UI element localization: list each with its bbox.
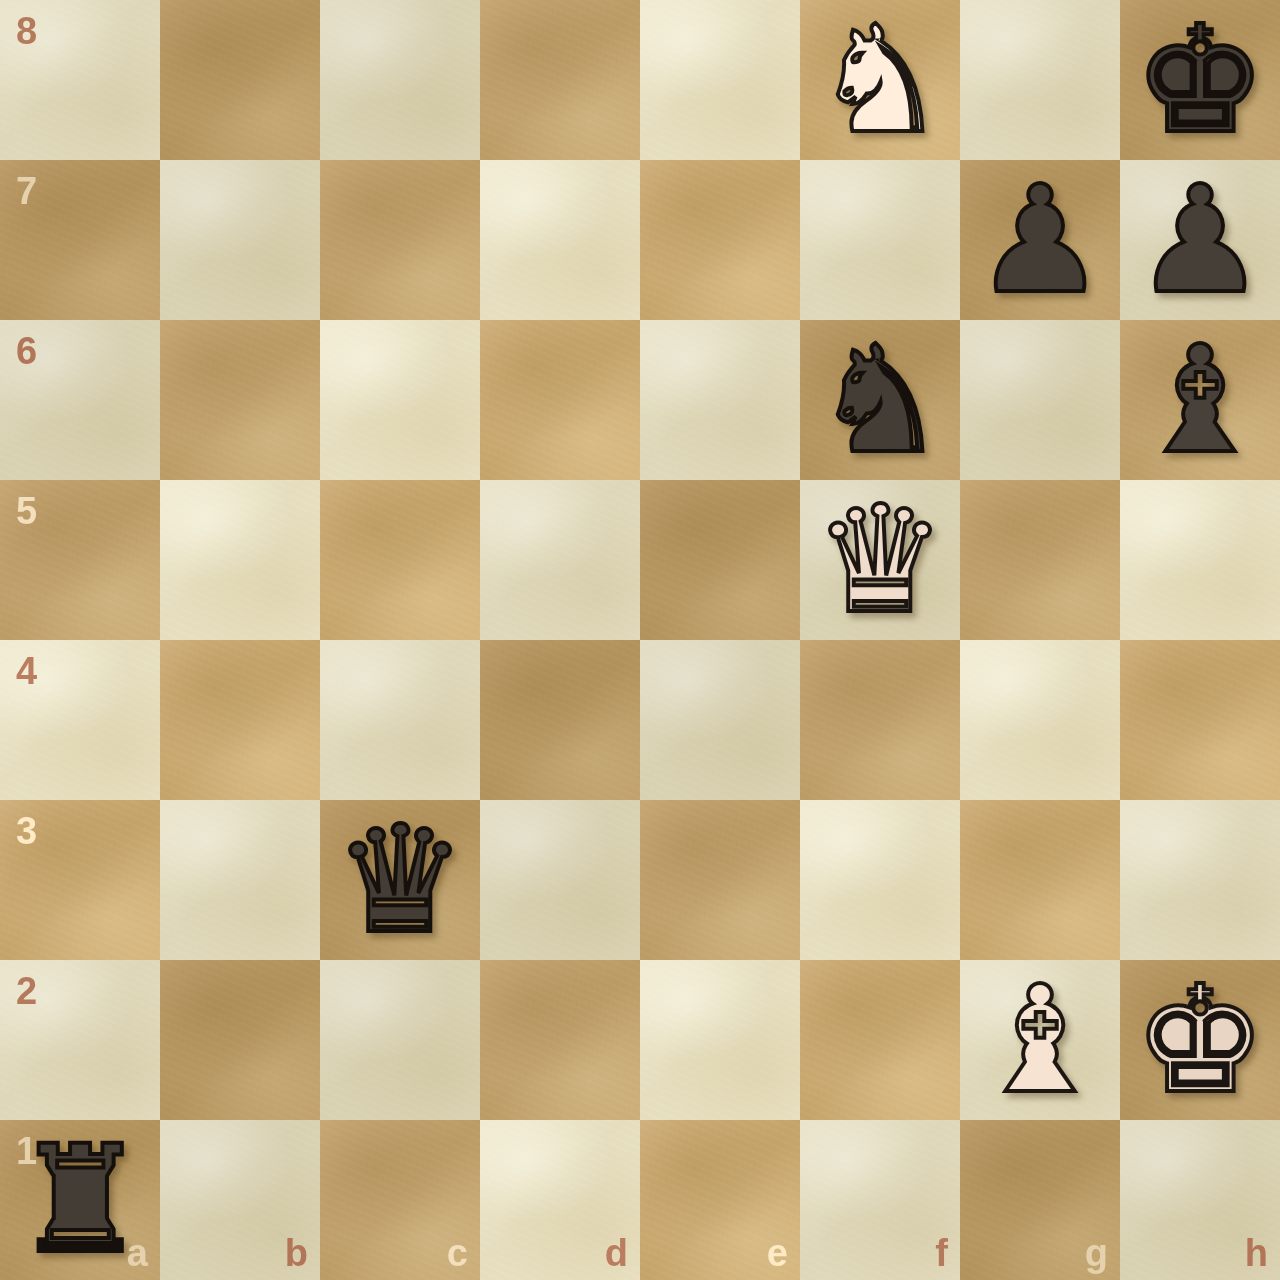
square-d4[interactable] bbox=[480, 640, 640, 800]
square-g5[interactable] bbox=[960, 480, 1120, 640]
square-c7[interactable] bbox=[320, 160, 480, 320]
square-c8[interactable] bbox=[320, 0, 480, 160]
square-c3[interactable]: ♛ bbox=[320, 800, 480, 960]
piece-white-king-h2[interactable]: ♚ bbox=[1120, 960, 1280, 1120]
square-h6[interactable]: ♝ bbox=[1120, 320, 1280, 480]
file-label-g: g bbox=[1085, 1234, 1108, 1272]
piece-black-rook-a1[interactable]: ♜ bbox=[0, 1120, 160, 1280]
rank-label-3: 3 bbox=[16, 812, 37, 850]
square-c1[interactable]: c bbox=[320, 1120, 480, 1280]
square-d8[interactable] bbox=[480, 0, 640, 160]
square-c2[interactable] bbox=[320, 960, 480, 1120]
square-d1[interactable]: d bbox=[480, 1120, 640, 1280]
square-h5[interactable] bbox=[1120, 480, 1280, 640]
square-b1[interactable]: b bbox=[160, 1120, 320, 1280]
square-b8[interactable] bbox=[160, 0, 320, 160]
square-g4[interactable] bbox=[960, 640, 1120, 800]
square-e4[interactable] bbox=[640, 640, 800, 800]
square-h2[interactable]: ♚ bbox=[1120, 960, 1280, 1120]
square-g2[interactable]: ♝ bbox=[960, 960, 1120, 1120]
square-f1[interactable]: f bbox=[800, 1120, 960, 1280]
square-a4[interactable]: 4 bbox=[0, 640, 160, 800]
file-label-h: h bbox=[1245, 1234, 1268, 1272]
square-d3[interactable] bbox=[480, 800, 640, 960]
square-d2[interactable] bbox=[480, 960, 640, 1120]
square-g7[interactable]: ♟ bbox=[960, 160, 1120, 320]
square-f7[interactable] bbox=[800, 160, 960, 320]
square-d6[interactable] bbox=[480, 320, 640, 480]
rank-label-2: 2 bbox=[16, 972, 37, 1010]
chess-board: 8♞♚7♟♟6♞♝5♛43♛2♝♚1a♜bcdefgh bbox=[0, 0, 1280, 1280]
square-a8[interactable]: 8 bbox=[0, 0, 160, 160]
piece-black-knight-f6[interactable]: ♞ bbox=[800, 320, 960, 480]
piece-white-bishop-g2[interactable]: ♝ bbox=[960, 960, 1120, 1120]
square-b2[interactable] bbox=[160, 960, 320, 1120]
square-f5[interactable]: ♛ bbox=[800, 480, 960, 640]
square-a6[interactable]: 6 bbox=[0, 320, 160, 480]
file-label-d: d bbox=[605, 1234, 628, 1272]
square-b6[interactable] bbox=[160, 320, 320, 480]
piece-black-pawn-h7[interactable]: ♟ bbox=[1120, 160, 1280, 320]
square-a7[interactable]: 7 bbox=[0, 160, 160, 320]
square-h1[interactable]: h bbox=[1120, 1120, 1280, 1280]
file-label-b: b bbox=[285, 1234, 308, 1272]
square-f3[interactable] bbox=[800, 800, 960, 960]
square-e5[interactable] bbox=[640, 480, 800, 640]
square-h8[interactable]: ♚ bbox=[1120, 0, 1280, 160]
square-c6[interactable] bbox=[320, 320, 480, 480]
file-label-c: c bbox=[447, 1234, 468, 1272]
square-a2[interactable]: 2 bbox=[0, 960, 160, 1120]
square-f2[interactable] bbox=[800, 960, 960, 1120]
square-h7[interactable]: ♟ bbox=[1120, 160, 1280, 320]
square-c4[interactable] bbox=[320, 640, 480, 800]
square-f4[interactable] bbox=[800, 640, 960, 800]
square-e1[interactable]: e bbox=[640, 1120, 800, 1280]
rank-label-7: 7 bbox=[16, 172, 37, 210]
square-g1[interactable]: g bbox=[960, 1120, 1120, 1280]
rank-label-5: 5 bbox=[16, 492, 37, 530]
square-b3[interactable] bbox=[160, 800, 320, 960]
square-e6[interactable] bbox=[640, 320, 800, 480]
square-b5[interactable] bbox=[160, 480, 320, 640]
square-f8[interactable]: ♞ bbox=[800, 0, 960, 160]
piece-white-queen-f5[interactable]: ♛ bbox=[800, 480, 960, 640]
piece-black-pawn-g7[interactable]: ♟ bbox=[960, 160, 1120, 320]
square-a3[interactable]: 3 bbox=[0, 800, 160, 960]
square-g8[interactable] bbox=[960, 0, 1120, 160]
rank-label-8: 8 bbox=[16, 12, 37, 50]
square-e7[interactable] bbox=[640, 160, 800, 320]
piece-black-king-h8[interactable]: ♚ bbox=[1120, 0, 1280, 160]
rank-label-6: 6 bbox=[16, 332, 37, 370]
square-h3[interactable] bbox=[1120, 800, 1280, 960]
piece-black-queen-c3[interactable]: ♛ bbox=[320, 800, 480, 960]
rank-label-4: 4 bbox=[16, 652, 37, 690]
square-e2[interactable] bbox=[640, 960, 800, 1120]
square-g6[interactable] bbox=[960, 320, 1120, 480]
square-g3[interactable] bbox=[960, 800, 1120, 960]
square-f6[interactable]: ♞ bbox=[800, 320, 960, 480]
square-h4[interactable] bbox=[1120, 640, 1280, 800]
square-a5[interactable]: 5 bbox=[0, 480, 160, 640]
square-e8[interactable] bbox=[640, 0, 800, 160]
piece-black-bishop-h6[interactable]: ♝ bbox=[1120, 320, 1280, 480]
square-b4[interactable] bbox=[160, 640, 320, 800]
square-d7[interactable] bbox=[480, 160, 640, 320]
square-b7[interactable] bbox=[160, 160, 320, 320]
piece-white-knight-f8[interactable]: ♞ bbox=[800, 0, 960, 160]
square-c5[interactable] bbox=[320, 480, 480, 640]
file-label-f: f bbox=[935, 1234, 948, 1272]
square-e3[interactable] bbox=[640, 800, 800, 960]
square-d5[interactable] bbox=[480, 480, 640, 640]
square-a1[interactable]: 1a♜ bbox=[0, 1120, 160, 1280]
file-label-e: e bbox=[767, 1234, 788, 1272]
